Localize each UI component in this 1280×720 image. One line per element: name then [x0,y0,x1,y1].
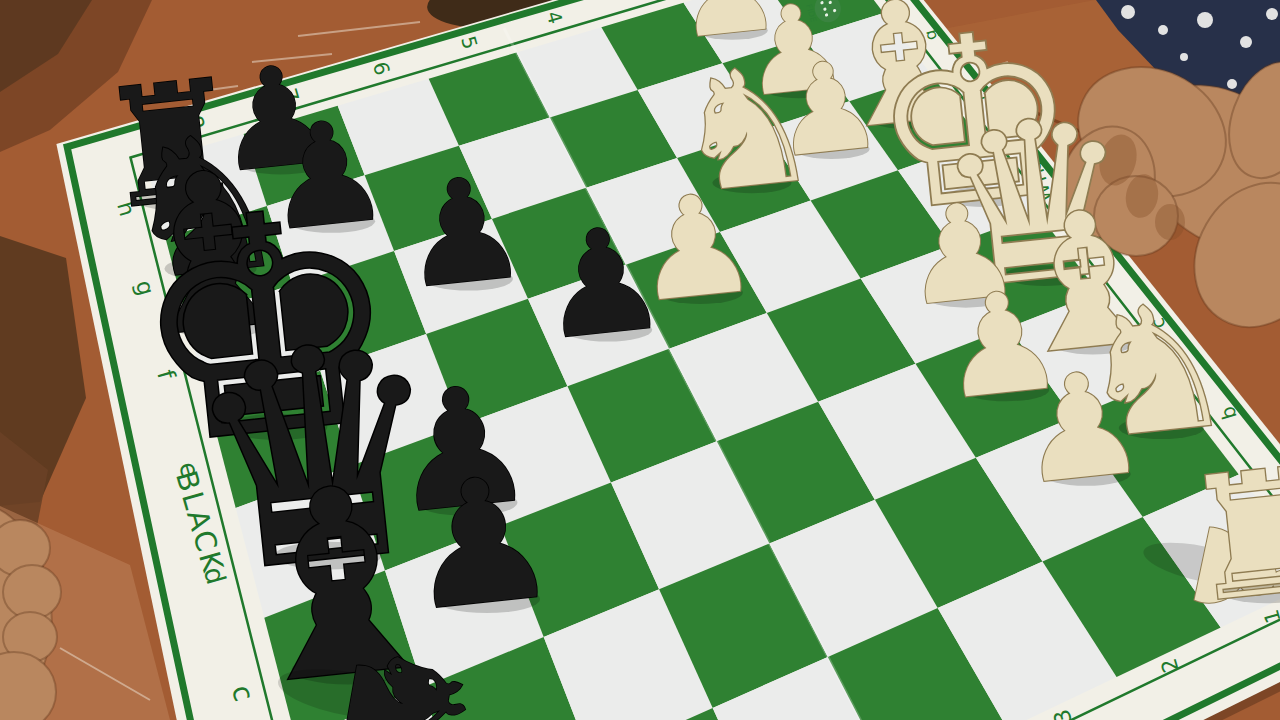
piece-glyph: ♟ [530,193,675,373]
sleeve-dot [1240,36,1252,48]
sleeve-dot [1197,12,1213,28]
chess-photo-scene: Overhead photo of a green-and-white viny… [0,0,1280,720]
piece-black-pawn-e5[interactable]: ♟ [530,193,675,373]
sleeve-dot [1180,53,1188,61]
chessboard-photo: 8765432187654321hgfedcbahgfedcbaBLACKWHI… [0,0,1280,720]
piece-glyph: ♟ [1009,337,1154,516]
sleeve-dot [1121,5,1135,19]
hand-skin [3,565,61,619]
sleeve-dot [1158,25,1168,35]
sleeve-dot [1266,8,1278,20]
sleeve-dot [1227,79,1237,89]
piece-white-pawn-b2[interactable]: ♟ [1009,337,1154,516]
